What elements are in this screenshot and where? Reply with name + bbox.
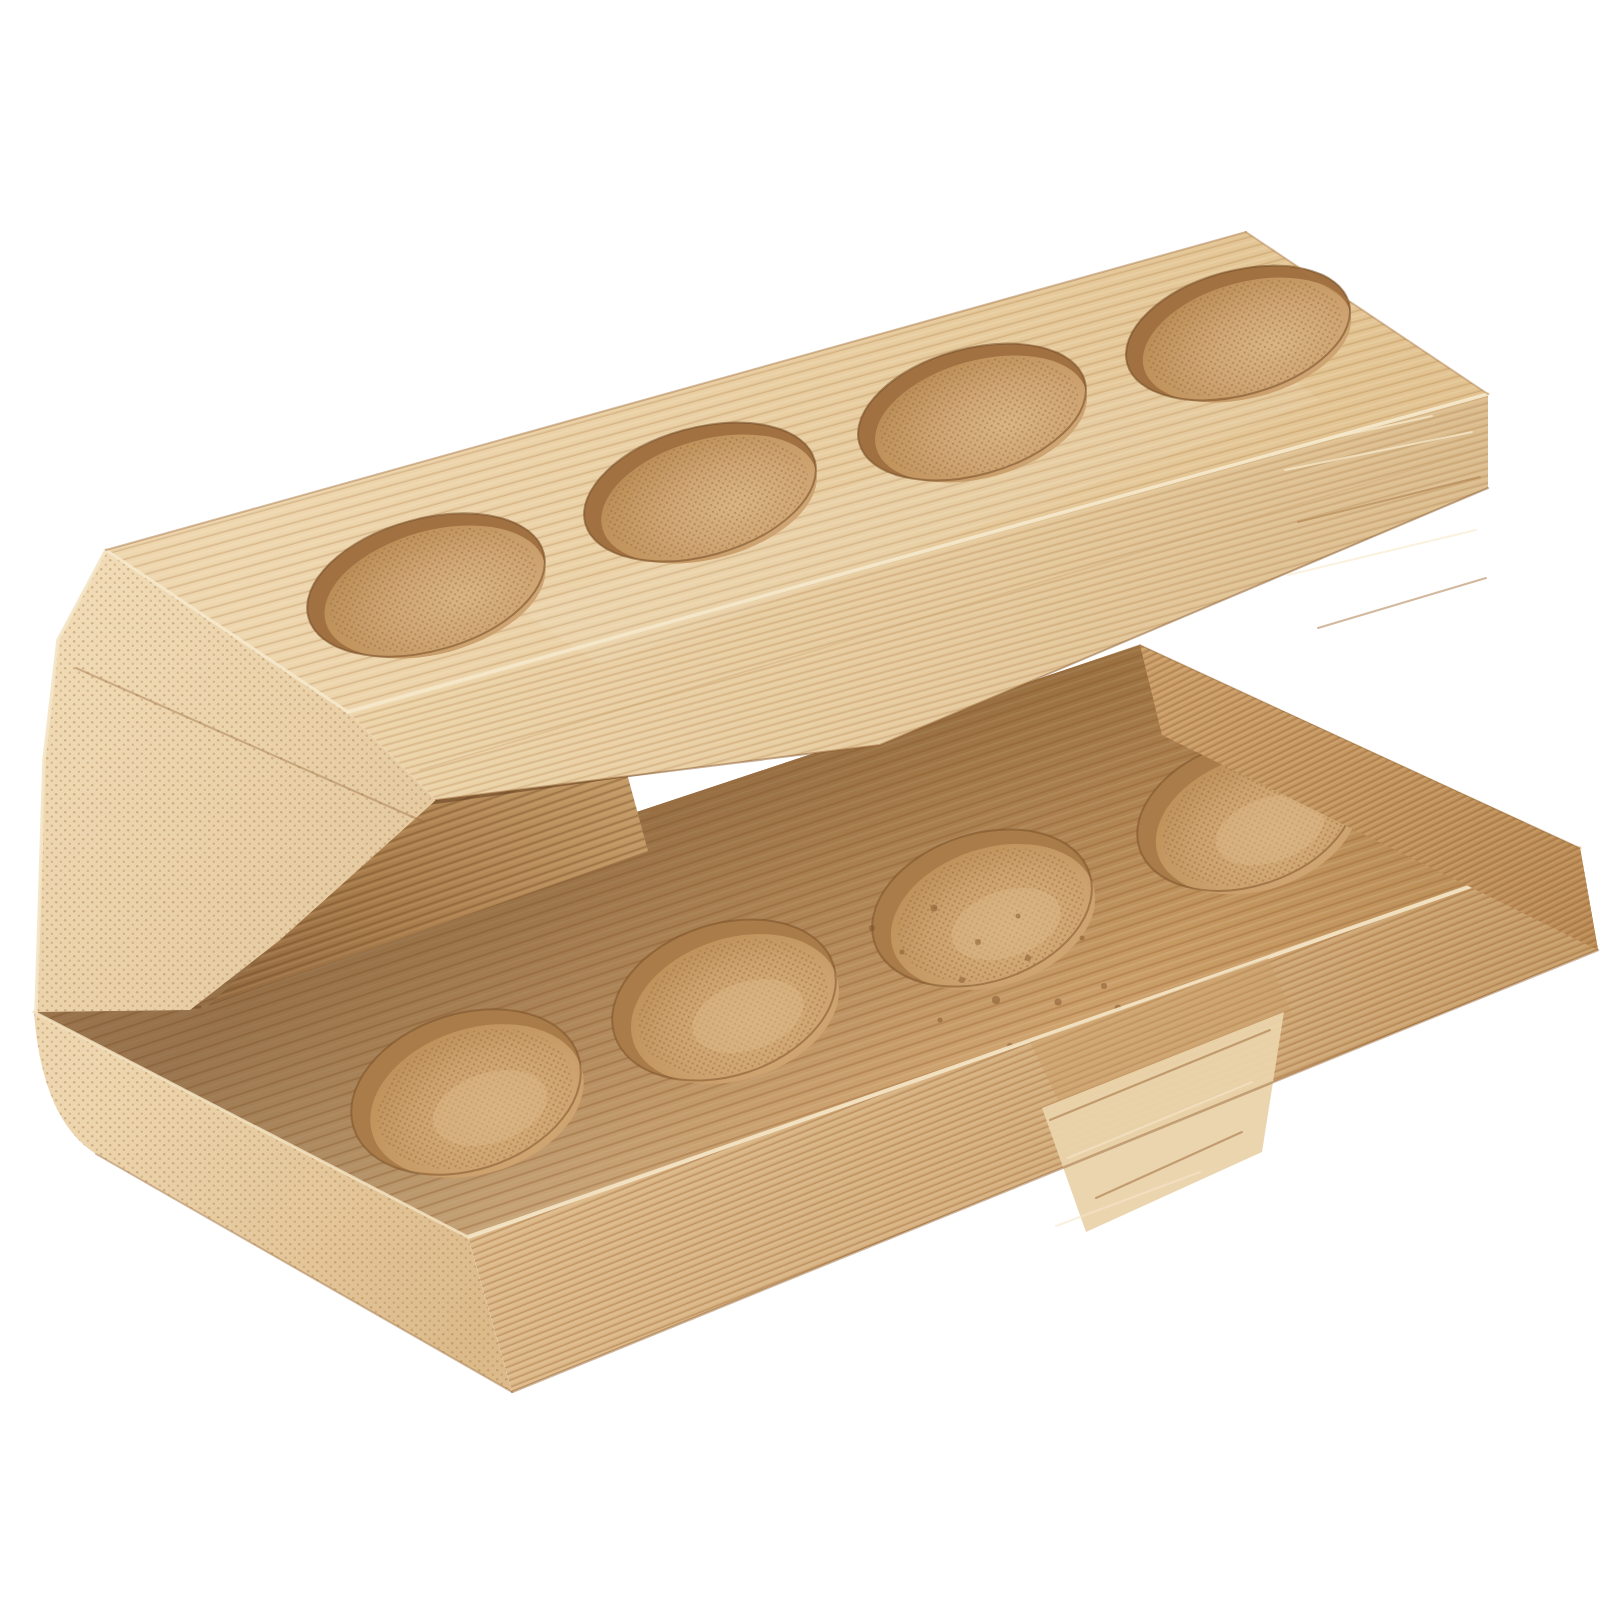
product-photo (0, 0, 1600, 1600)
product-photo-figure (0, 0, 1600, 1600)
page-background (0, 0, 1600, 1600)
